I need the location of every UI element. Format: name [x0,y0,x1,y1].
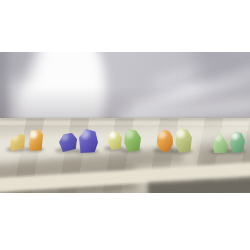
gemstone-body [157,130,173,152]
screenshot-canvas [0,0,250,250]
gemstone-body [29,130,43,151]
gemstone-chartreuse-5 [108,131,122,150]
gemstone-body [79,129,98,153]
gemstone-pale-yellow-1 [10,134,25,151]
fabric-bottom-shadow [0,86,250,120]
gemstone-pale-green-8 [175,128,192,153]
fabric-light-streak-2 [152,52,250,89]
fabric-shadow-top-left [0,52,39,84]
gemstone-photograph [0,52,250,193]
gemstone-body [230,131,245,153]
gemstone-sea-green-10 [230,131,245,153]
gemstone-blue-violet-4 [79,129,98,153]
gemstone-orange-7 [157,130,173,152]
fabric-shadow-top-right [193,52,250,89]
gemstone-amber-orange-2 [29,130,43,151]
gemstone-body [10,134,25,151]
ledge-back-edge-line [0,118,250,120]
gemstone-green-6 [124,129,141,152]
gemstone-blue-violet-3 [59,133,77,152]
fabric-light-streak [129,56,250,120]
